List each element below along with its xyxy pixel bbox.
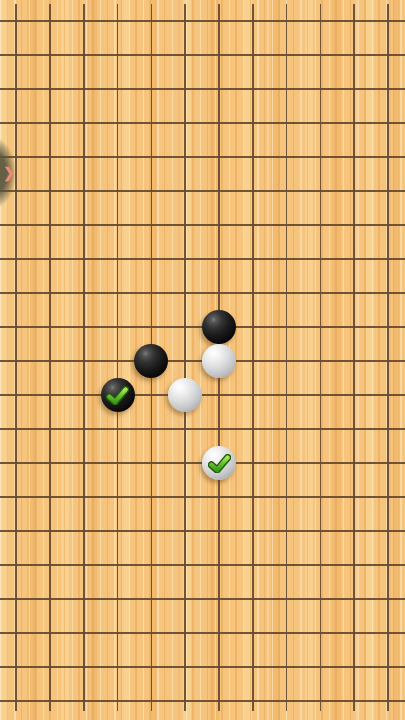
gomoku-board[interactable]: ❯ — [0, 0, 405, 720]
last-move-check-icon — [106, 386, 129, 405]
stones-layer — [0, 0, 405, 720]
black-stone — [202, 310, 236, 344]
gomoku-screen: ❯ — [0, 0, 405, 720]
last-move-check-icon — [208, 454, 231, 473]
side-drawer-handle[interactable]: ❯ — [0, 137, 20, 209]
expand-arrow-icon: ❯ — [3, 165, 15, 181]
white-stone — [202, 446, 236, 480]
white-stone — [168, 378, 202, 412]
white-stone — [202, 344, 236, 378]
black-stone — [134, 344, 168, 378]
black-stone — [101, 378, 135, 412]
